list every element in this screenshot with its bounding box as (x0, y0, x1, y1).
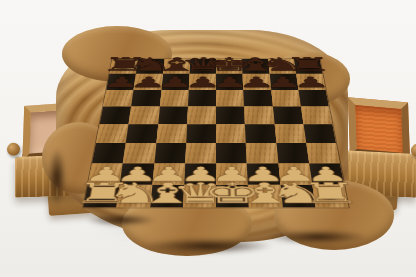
square-b6[interactable] (131, 90, 161, 107)
square-h5[interactable] (301, 106, 333, 124)
bark-edge (268, 230, 368, 244)
square-b3[interactable] (123, 143, 156, 163)
square-b4[interactable] (126, 124, 158, 143)
square-e4[interactable] (216, 124, 246, 143)
square-a6[interactable] (103, 90, 134, 107)
square-e5[interactable] (216, 106, 245, 124)
square-c6[interactable] (160, 90, 189, 107)
square-d5[interactable] (187, 106, 216, 124)
square-f5[interactable] (244, 106, 274, 124)
square-g6[interactable] (271, 90, 301, 107)
square-h3[interactable] (306, 143, 340, 163)
square-f6[interactable] (243, 90, 272, 107)
square-h6[interactable] (298, 90, 329, 107)
square-g3[interactable] (276, 143, 309, 163)
square-h4[interactable] (303, 124, 336, 143)
piece-dark-rook[interactable]: ♜ (268, 56, 350, 73)
square-h8[interactable]: ♜ (294, 59, 323, 74)
square-f3[interactable] (246, 143, 278, 163)
square-c3[interactable] (154, 143, 186, 163)
square-d6[interactable] (188, 90, 216, 107)
square-g4[interactable] (274, 124, 306, 143)
square-h1[interactable]: ♜ (312, 185, 348, 208)
photo-stage: ♜♞♝♛♚♝♞♜♟♟♟♟♟♟♟♟♟♟♟♟♟♟♟♟♜♞♝♛♚♝♞♜ (0, 0, 416, 277)
square-e3[interactable] (216, 143, 247, 163)
bark-edge (142, 238, 272, 254)
square-b5[interactable] (129, 106, 160, 124)
board-scene: ♜♞♝♛♚♝♞♜♟♟♟♟♟♟♟♟♟♟♟♟♟♟♟♟♜♞♝♛♚♝♞♜ (90, 0, 342, 224)
square-d3[interactable] (185, 143, 216, 163)
square-h7[interactable]: ♟ (296, 74, 326, 90)
chess-board: ♜♞♝♛♚♝♞♜♟♟♟♟♟♟♟♟♟♟♟♟♟♟♟♟♜♞♝♛♚♝♞♜ (82, 58, 350, 208)
square-e6[interactable] (216, 90, 244, 107)
square-a4[interactable] (96, 124, 129, 143)
square-d4[interactable] (186, 124, 216, 143)
square-a3[interactable] (92, 143, 126, 163)
square-a5[interactable] (100, 106, 132, 124)
left-drawer-knob[interactable] (7, 143, 20, 156)
square-c4[interactable] (156, 124, 187, 143)
square-c5[interactable] (158, 106, 188, 124)
square-f4[interactable] (245, 124, 276, 143)
piece-dark-pawn[interactable]: ♟ (269, 75, 353, 89)
square-g5[interactable] (272, 106, 303, 124)
